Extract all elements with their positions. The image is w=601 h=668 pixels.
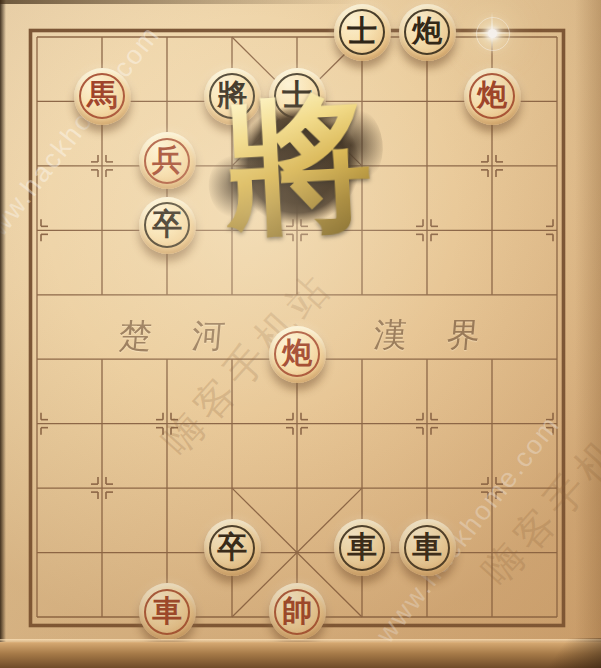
board-top-edge [0, 0, 361, 4]
piece-glyph: 帥 [282, 596, 312, 626]
board-left-edge [0, 0, 6, 668]
piece-glyph: 將 [217, 80, 247, 110]
piece-grid[interactable]: 士炮馬將士炮兵卒炮卒車車車帥 [5, 5, 590, 649]
piece-black-general[interactable]: 將 [200, 69, 265, 133]
corner-shadow [531, 638, 601, 668]
piece-black-chariot[interactable]: 車 [395, 520, 460, 584]
piece-glyph: 卒 [217, 532, 247, 562]
piece-black-advisor[interactable]: 士 [330, 5, 395, 69]
piece-glyph: 馬 [87, 80, 117, 110]
piece-black-soldier[interactable]: 卒 [200, 520, 265, 584]
piece-glyph: 士 [347, 16, 377, 46]
piece-glyph: 車 [152, 596, 182, 626]
piece-glyph: 士 [282, 80, 312, 110]
piece-black-chariot[interactable]: 車 [330, 520, 395, 584]
piece-red-cannon[interactable]: 炮 [265, 327, 330, 391]
piece-red-soldier[interactable]: 兵 [135, 134, 200, 198]
piece-red-horse[interactable]: 馬 [70, 69, 135, 133]
piece-black-advisor[interactable]: 士 [265, 69, 330, 133]
xiangqi-board-screen: 楚河 漢界 www.hackhome.com www.hackhome.com … [0, 0, 601, 668]
piece-glyph: 炮 [282, 338, 312, 368]
piece-glyph: 車 [412, 532, 442, 562]
piece-black-soldier[interactable]: 卒 [135, 198, 200, 262]
piece-glyph: 車 [347, 532, 377, 562]
piece-glyph: 炮 [477, 80, 507, 110]
piece-glyph: 卒 [152, 209, 182, 239]
piece-red-cannon[interactable]: 炮 [460, 69, 525, 133]
piece-glyph: 炮 [412, 16, 442, 46]
piece-glyph: 兵 [152, 145, 182, 175]
board-front-face [0, 642, 601, 668]
piece-black-cannon[interactable]: 炮 [395, 5, 460, 69]
board-right-edge [575, 0, 601, 668]
